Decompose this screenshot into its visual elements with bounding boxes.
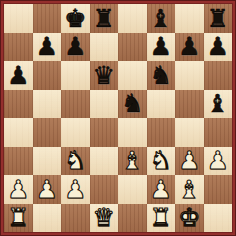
square-f6[interactable]: ♞ [147, 61, 176, 90]
square-b7[interactable]: ♟ [33, 33, 62, 62]
piece-black-pawn[interactable]: ♟ [175, 33, 204, 62]
square-f2[interactable]: ♟ [147, 175, 176, 204]
square-b4[interactable] [33, 118, 62, 147]
square-g4[interactable] [175, 118, 204, 147]
piece-white-bishop[interactable]: ♝ [175, 175, 204, 204]
square-h6[interactable] [204, 61, 233, 90]
square-f8[interactable]: ♝ [147, 4, 176, 33]
piece-black-bishop[interactable]: ♝ [147, 4, 176, 33]
square-e8[interactable] [118, 4, 147, 33]
square-a3[interactable] [4, 147, 33, 176]
board-frame: ♚♜♝♜♟♟♟♟♟♟♛♞♞♝♞♝♞♟♟♟♟♟♟♝♜♛♜♚ [0, 0, 236, 236]
square-a5[interactable] [4, 90, 33, 119]
square-f3[interactable]: ♞ [147, 147, 176, 176]
square-a7[interactable] [4, 33, 33, 62]
square-g7[interactable]: ♟ [175, 33, 204, 62]
square-e5[interactable]: ♞ [118, 90, 147, 119]
square-d3[interactable] [90, 147, 119, 176]
square-d7[interactable] [90, 33, 119, 62]
square-d5[interactable] [90, 90, 119, 119]
square-a2[interactable]: ♟ [4, 175, 33, 204]
square-h1[interactable] [204, 204, 233, 233]
piece-black-knight[interactable]: ♞ [118, 90, 147, 119]
square-c5[interactable] [61, 90, 90, 119]
square-h4[interactable] [204, 118, 233, 147]
square-e1[interactable] [118, 204, 147, 233]
piece-black-pawn[interactable]: ♟ [61, 33, 90, 62]
piece-white-queen[interactable]: ♛ [90, 204, 119, 233]
piece-white-rook[interactable]: ♜ [4, 204, 33, 233]
square-e3[interactable]: ♝ [118, 147, 147, 176]
piece-white-pawn[interactable]: ♟ [204, 147, 233, 176]
square-f7[interactable]: ♟ [147, 33, 176, 62]
piece-black-pawn[interactable]: ♟ [147, 33, 176, 62]
piece-white-pawn[interactable]: ♟ [33, 175, 62, 204]
square-e6[interactable] [118, 61, 147, 90]
piece-white-king[interactable]: ♚ [175, 204, 204, 233]
piece-black-rook[interactable]: ♜ [90, 4, 119, 33]
square-c2[interactable]: ♟ [61, 175, 90, 204]
square-g5[interactable] [175, 90, 204, 119]
square-c6[interactable] [61, 61, 90, 90]
square-h3[interactable]: ♟ [204, 147, 233, 176]
piece-black-knight[interactable]: ♞ [147, 61, 176, 90]
square-c8[interactable]: ♚ [61, 4, 90, 33]
square-h7[interactable]: ♟ [204, 33, 233, 62]
square-d2[interactable] [90, 175, 119, 204]
square-d8[interactable]: ♜ [90, 4, 119, 33]
piece-white-knight[interactable]: ♞ [147, 147, 176, 176]
piece-black-king[interactable]: ♚ [61, 4, 90, 33]
square-a6[interactable]: ♟ [4, 61, 33, 90]
square-b1[interactable] [33, 204, 62, 233]
square-c7[interactable]: ♟ [61, 33, 90, 62]
piece-white-pawn[interactable]: ♟ [175, 147, 204, 176]
square-f4[interactable] [147, 118, 176, 147]
piece-black-pawn[interactable]: ♟ [204, 33, 233, 62]
square-b8[interactable] [33, 4, 62, 33]
square-f1[interactable]: ♜ [147, 204, 176, 233]
square-h2[interactable] [204, 175, 233, 204]
square-g1[interactable]: ♚ [175, 204, 204, 233]
square-a4[interactable] [4, 118, 33, 147]
square-a8[interactable] [4, 4, 33, 33]
square-b6[interactable] [33, 61, 62, 90]
square-d4[interactable] [90, 118, 119, 147]
square-c3[interactable]: ♞ [61, 147, 90, 176]
square-d6[interactable]: ♛ [90, 61, 119, 90]
piece-white-pawn[interactable]: ♟ [4, 175, 33, 204]
piece-white-bishop[interactable]: ♝ [118, 147, 147, 176]
square-g6[interactable] [175, 61, 204, 90]
square-e2[interactable] [118, 175, 147, 204]
square-b2[interactable]: ♟ [33, 175, 62, 204]
square-g8[interactable] [175, 4, 204, 33]
square-e7[interactable] [118, 33, 147, 62]
piece-black-bishop[interactable]: ♝ [204, 90, 233, 119]
piece-white-rook[interactable]: ♜ [147, 204, 176, 233]
square-h8[interactable]: ♜ [204, 4, 233, 33]
square-g2[interactable]: ♝ [175, 175, 204, 204]
piece-white-pawn[interactable]: ♟ [147, 175, 176, 204]
square-h5[interactable]: ♝ [204, 90, 233, 119]
piece-white-knight[interactable]: ♞ [61, 147, 90, 176]
square-a1[interactable]: ♜ [4, 204, 33, 233]
square-c4[interactable] [61, 118, 90, 147]
piece-black-rook[interactable]: ♜ [204, 4, 233, 33]
square-d1[interactable]: ♛ [90, 204, 119, 233]
square-b5[interactable] [33, 90, 62, 119]
square-f5[interactable] [147, 90, 176, 119]
square-e4[interactable] [118, 118, 147, 147]
square-g3[interactable]: ♟ [175, 147, 204, 176]
square-b3[interactable] [33, 147, 62, 176]
piece-black-queen[interactable]: ♛ [90, 61, 119, 90]
piece-black-pawn[interactable]: ♟ [33, 33, 62, 62]
piece-white-pawn[interactable]: ♟ [61, 175, 90, 204]
piece-black-pawn[interactable]: ♟ [4, 61, 33, 90]
chess-board: ♚♜♝♜♟♟♟♟♟♟♛♞♞♝♞♝♞♟♟♟♟♟♟♝♜♛♜♚ [4, 4, 232, 232]
square-c1[interactable] [61, 204, 90, 233]
